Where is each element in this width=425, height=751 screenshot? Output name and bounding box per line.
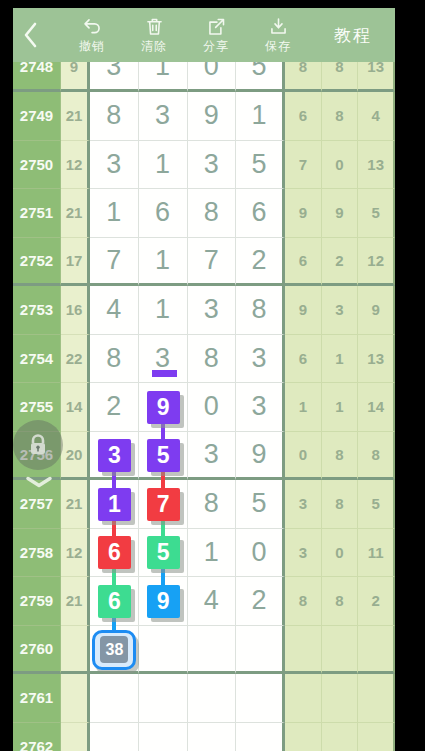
extra-cell: 13 — [358, 62, 395, 92]
annotation-link — [112, 471, 116, 490]
annotation-chip[interactable]: 3 — [98, 439, 131, 472]
sum-cell: 22 — [61, 335, 90, 384]
digit-cell[interactable]: 5 — [236, 62, 285, 92]
digit-cell[interactable]: 1 — [139, 62, 188, 92]
extra-cell: 0 — [322, 529, 359, 578]
period-cell: 2750 — [13, 141, 61, 190]
extra-cell — [322, 723, 359, 751]
period-cell: 2752 — [13, 238, 61, 287]
extra-cell: 9 — [358, 286, 395, 335]
extra-cell: 5 — [358, 480, 395, 529]
extra-cell: 9 — [285, 189, 322, 238]
digit-cell[interactable]: 3 — [188, 141, 237, 190]
digit-cell[interactable]: 2 — [90, 383, 139, 432]
digit-cell[interactable] — [188, 674, 237, 723]
undo-icon — [82, 16, 103, 37]
digit-cell[interactable]: 3 — [90, 141, 139, 190]
digit-cell[interactable]: 3 — [188, 432, 237, 481]
app-screen: 撤销 清除 分享 保存 教程 27 — [13, 8, 395, 751]
sum-cell — [61, 674, 90, 723]
sum-cell: 17 — [61, 238, 90, 287]
table-rows: 2748931058813274921839168427501231357013… — [13, 62, 395, 751]
table-row-2751: 2751211686995 — [13, 189, 395, 238]
extra-cell — [358, 723, 395, 751]
table-row-2754: 27542283836113 — [13, 335, 395, 384]
table-row-2758: 27581265103011 — [13, 529, 395, 578]
annotation-chip[interactable]: 7 — [147, 488, 180, 521]
digit-cell[interactable]: 4 — [90, 286, 139, 335]
share-icon — [206, 16, 227, 37]
digit-cell[interactable]: 2 — [236, 577, 285, 626]
extra-cell: 1 — [322, 335, 359, 384]
period-cell: 2761 — [13, 674, 61, 723]
undo-label: 撤销 — [79, 38, 105, 55]
sum-cell: 14 — [61, 383, 90, 432]
sum-cell — [61, 626, 90, 675]
period-cell: 2762 — [13, 723, 61, 751]
extra-cell: 2 — [322, 238, 359, 287]
sum-cell: 9 — [61, 62, 90, 92]
annotation-chip[interactable]: 5 — [147, 536, 180, 569]
selected-cell-value: 38 — [100, 636, 128, 663]
sum-cell: 21 — [61, 189, 90, 238]
table-row-2759: 2759216942882 — [13, 577, 395, 626]
extra-cell: 8 — [285, 577, 322, 626]
digit-cell[interactable]: 1 — [90, 189, 139, 238]
digit-cell[interactable]: 5 — [236, 480, 285, 529]
digit-cell[interactable]: 0 — [236, 529, 285, 578]
table-row-2761: 2761 — [13, 674, 395, 723]
period-cell: 2759 — [13, 577, 61, 626]
table-row-2752: 27521771726212 — [13, 238, 395, 287]
extra-cell: 6 — [285, 238, 322, 287]
extra-cell: 2 — [358, 577, 395, 626]
digit-cell[interactable] — [139, 626, 188, 675]
period-cell: 2751 — [13, 189, 61, 238]
table-row-2756: 2756203539088 — [13, 432, 395, 481]
chevron-left-icon — [22, 21, 38, 49]
extra-cell: 8 — [322, 62, 359, 92]
table-row-2760: 2760 — [13, 626, 395, 675]
extra-cell: 6 — [285, 92, 322, 141]
extra-cell: 8 — [322, 480, 359, 529]
annotation-chip[interactable]: 6 — [98, 536, 131, 569]
extra-cell: 13 — [358, 141, 395, 190]
table-row-2757: 2757211785385 — [13, 480, 395, 529]
digit-cell[interactable]: 1 — [139, 238, 188, 287]
period-cell: 2754 — [13, 335, 61, 384]
extra-cell — [358, 626, 395, 675]
sum-cell: 12 — [61, 141, 90, 190]
digit-cell[interactable]: 8 — [236, 286, 285, 335]
annotation-chip[interactable]: 9 — [147, 391, 180, 424]
annotation-link — [112, 568, 116, 587]
table-row-2755: 27551429031114 — [13, 383, 395, 432]
extra-cell: 8 — [322, 577, 359, 626]
tutorial-button[interactable]: 教程 — [311, 24, 395, 47]
digit-cell[interactable] — [139, 723, 188, 751]
sum-cell: 21 — [61, 577, 90, 626]
digit-cell[interactable]: 3 — [139, 92, 188, 141]
extra-cell: 8 — [358, 432, 395, 481]
clear-label: 清除 — [141, 38, 167, 55]
undo-button[interactable]: 撤销 — [61, 16, 123, 55]
extra-cell: 7 — [285, 141, 322, 190]
digit-cell[interactable]: 0 — [188, 62, 237, 92]
extra-cell: 11 — [358, 529, 395, 578]
digit-cell[interactable]: 1 — [236, 92, 285, 141]
extra-cell: 4 — [358, 92, 395, 141]
extra-cell: 8 — [322, 92, 359, 141]
annotation-tick — [152, 370, 177, 377]
digit-cell[interactable] — [90, 723, 139, 751]
extra-cell: 9 — [322, 189, 359, 238]
digit-cell[interactable]: 5 — [236, 141, 285, 190]
extra-cell: 13 — [358, 335, 395, 384]
toolbar: 撤销 清除 分享 保存 教程 — [13, 8, 395, 62]
lock-button[interactable] — [13, 420, 63, 470]
sum-cell: 20 — [61, 432, 90, 481]
digit-cell[interactable]: 7 — [188, 238, 237, 287]
digit-cell[interactable]: 0 — [188, 383, 237, 432]
extra-cell: 3 — [285, 480, 322, 529]
digit-cell[interactable]: 1 — [188, 529, 237, 578]
extra-cell: 0 — [285, 432, 322, 481]
extra-cell: 3 — [285, 529, 322, 578]
save-button[interactable]: 保存 — [247, 16, 309, 55]
period-cell: 2749 — [13, 92, 61, 141]
digit-cell[interactable] — [188, 723, 237, 751]
digit-cell[interactable] — [90, 674, 139, 723]
digit-cell[interactable] — [188, 626, 237, 675]
share-label: 分享 — [203, 38, 229, 55]
digit-cell[interactable]: 4 — [188, 577, 237, 626]
table-row-2762: 2762 — [13, 723, 395, 751]
sum-cell: 21 — [61, 480, 90, 529]
digit-cell[interactable]: 3 — [188, 286, 237, 335]
sum-cell: 12 — [61, 529, 90, 578]
digit-cell[interactable]: 8 — [90, 92, 139, 141]
digit-cell[interactable]: 7 — [90, 238, 139, 287]
collapse-handle[interactable] — [26, 474, 52, 492]
digit-cell[interactable]: 8 — [188, 480, 237, 529]
digit-cell[interactable]: 2 — [236, 238, 285, 287]
digit-cell[interactable]: 1 — [139, 141, 188, 190]
extra-cell: 8 — [285, 62, 322, 92]
extra-cell — [285, 674, 322, 723]
extra-cell: 8 — [322, 432, 359, 481]
annotation-chip[interactable]: 6 — [98, 585, 131, 618]
sum-cell: 21 — [61, 92, 90, 141]
annotation-link — [161, 471, 165, 490]
extra-cell — [358, 674, 395, 723]
digit-cell[interactable] — [236, 674, 285, 723]
digit-cell[interactable]: 6 — [139, 189, 188, 238]
annotation-chip[interactable]: 9 — [147, 585, 180, 618]
period-cell: 2758 — [13, 529, 61, 578]
extra-cell: 12 — [358, 238, 395, 287]
extra-cell: 6 — [285, 335, 322, 384]
save-label: 保存 — [265, 38, 291, 55]
annotation-chip[interactable]: 5 — [147, 439, 180, 472]
period-cell: 2760 — [13, 626, 61, 675]
annotation-link — [161, 568, 165, 587]
sum-cell — [61, 723, 90, 751]
share-button[interactable]: 分享 — [185, 16, 247, 55]
digit-cell[interactable]: 3 — [90, 62, 139, 92]
digit-cell[interactable]: 9 — [236, 432, 285, 481]
digit-cell[interactable]: 8 — [188, 335, 237, 384]
extra-cell: 14 — [358, 383, 395, 432]
extra-cell — [322, 674, 359, 723]
extra-cell — [285, 723, 322, 751]
back-button[interactable] — [13, 8, 47, 62]
lock-icon — [25, 432, 51, 458]
table-row-2748: 2748931058813 — [13, 62, 395, 92]
toolbar-buttons: 撤销 清除 分享 保存 — [61, 16, 311, 55]
extra-cell: 0 — [322, 141, 359, 190]
table-row-2750: 27501231357013 — [13, 141, 395, 190]
digit-cell[interactable] — [236, 626, 285, 675]
extra-cell: 3 — [322, 286, 359, 335]
digit-cell[interactable]: 3 — [236, 335, 285, 384]
clear-button[interactable]: 清除 — [123, 16, 185, 55]
extra-cell: 5 — [358, 189, 395, 238]
extra-cell — [322, 626, 359, 675]
selected-cell[interactable]: 38 — [92, 630, 136, 670]
chevron-down-icon — [26, 476, 52, 488]
digit-cell[interactable]: 8 — [90, 335, 139, 384]
digit-cell[interactable]: 3 — [236, 383, 285, 432]
table-row-2753: 2753164138939 — [13, 286, 395, 335]
table-row-2749: 2749218391684 — [13, 92, 395, 141]
period-cell: 2753 — [13, 286, 61, 335]
trash-icon — [144, 16, 165, 37]
extra-cell: 9 — [285, 286, 322, 335]
extra-cell: 1 — [285, 383, 322, 432]
extra-cell: 1 — [322, 383, 359, 432]
digit-cell[interactable]: 8 — [188, 189, 237, 238]
digit-cell[interactable]: 6 — [236, 189, 285, 238]
digit-cell[interactable]: 9 — [188, 92, 237, 141]
extra-cell — [285, 626, 322, 675]
period-cell: 2748 — [13, 62, 61, 92]
download-icon — [268, 16, 289, 37]
digit-cell[interactable] — [236, 723, 285, 751]
annotation-chip[interactable]: 1 — [98, 488, 131, 521]
trend-table: 2748931058813274921839168427501231357013… — [13, 62, 395, 751]
sum-cell: 16 — [61, 286, 90, 335]
digit-cell[interactable] — [139, 674, 188, 723]
digit-cell[interactable]: 1 — [139, 286, 188, 335]
